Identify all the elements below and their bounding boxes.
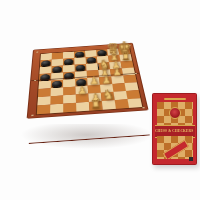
square-c4	[63, 79, 75, 87]
black-checker-piece	[64, 58, 74, 64]
square-a1	[37, 105, 50, 115]
brass-tack-icon	[31, 114, 33, 116]
square-f2: ♞	[101, 92, 115, 101]
square-b2	[50, 95, 63, 104]
wood-chess-pawn: ♟	[89, 76, 99, 86]
barcode-icon	[189, 157, 193, 161]
box-title: CHESS & CHECKERS	[155, 129, 193, 132]
square-f1	[102, 100, 116, 110]
square-c1	[63, 103, 76, 113]
square-a2	[37, 96, 50, 105]
square-e1: ♜	[89, 101, 103, 111]
square-b1	[50, 104, 63, 114]
wood-chess-rook: ♜	[121, 52, 131, 62]
black-checker-piece	[40, 74, 51, 81]
wood-chess-rook: ♜	[90, 99, 102, 111]
board: ♛♚♝♜♞♟♝♟♟♟♟♟♞♜	[27, 43, 149, 119]
product-box-face: CHESS & CHECKERS	[155, 96, 195, 163]
square-b6	[51, 65, 63, 73]
square-h1	[127, 98, 142, 108]
square-d1	[76, 102, 90, 112]
board-scene: ♛♚♝♜♞♟♝♟♟♟♟♟♞♜	[30, 22, 140, 132]
square-a4	[39, 81, 52, 90]
square-b4	[51, 80, 63, 88]
product-photo: ♛♚♝♜♞♟♝♟♟♟♟♟♞♜ CHESS & CHECKERS	[0, 0, 200, 200]
brand-mark-icon	[164, 98, 186, 100]
board-grid: ♛♚♝♜♞♟♝♟♟♟♟♟♞♜	[36, 47, 144, 115]
product-box: CHESS & CHECKERS	[152, 93, 197, 165]
brass-tack-icon	[34, 80, 36, 81]
square-e4: ♟	[87, 77, 100, 85]
brass-tack-icon	[36, 51, 38, 52]
box-medallion-icon	[169, 107, 181, 119]
board-frame: ♛♚♝♜♞♟♝♟♟♟♟♟♞♜	[27, 43, 149, 119]
